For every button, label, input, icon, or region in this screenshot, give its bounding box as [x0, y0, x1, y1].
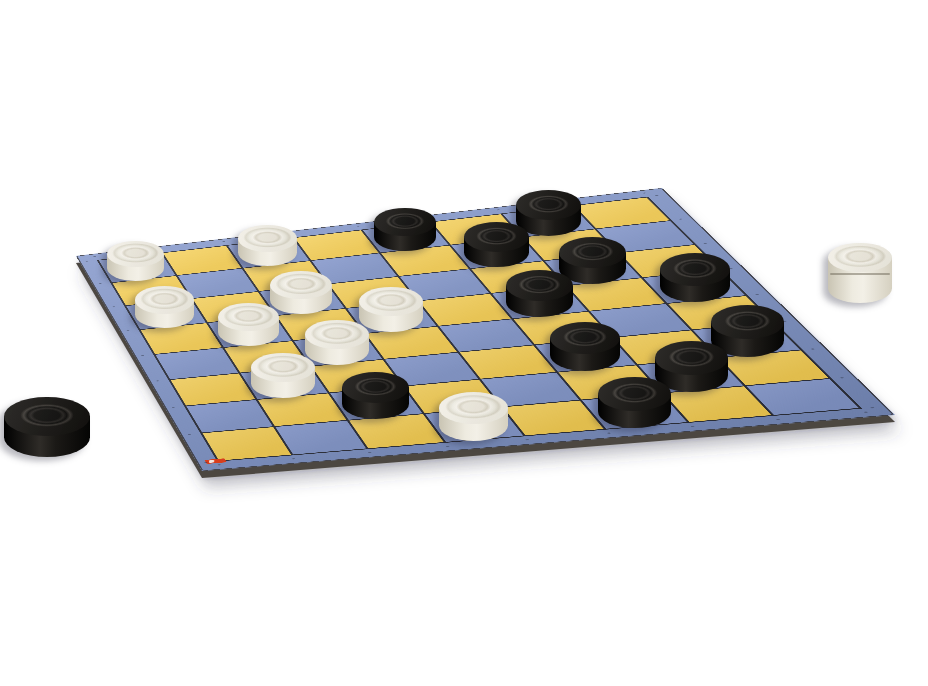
checker-top	[660, 253, 730, 285]
checker-top	[238, 225, 298, 252]
border-tick	[368, 452, 372, 453]
border-tick	[525, 439, 529, 440]
checker-top	[342, 372, 409, 403]
checker-white-r3c3[interactable]	[270, 271, 332, 314]
border-tick	[776, 419, 780, 420]
checker-top	[218, 303, 280, 331]
checker-white-r1c1[interactable]	[107, 241, 164, 281]
checker-black-r4c8[interactable]	[660, 253, 730, 302]
checker-top	[135, 286, 194, 313]
checker-top	[4, 397, 90, 437]
checker-white-r4c2[interactable]	[218, 303, 280, 346]
checker-top	[270, 271, 332, 299]
checker-top	[107, 241, 164, 267]
border-tick	[188, 434, 191, 435]
checker-top	[516, 190, 581, 220]
checker-top	[464, 222, 529, 252]
checker-black-r6c6[interactable]	[550, 322, 620, 371]
border-tick	[690, 426, 694, 427]
checker-black-r1c5[interactable]	[374, 208, 436, 251]
border-tick	[607, 432, 611, 433]
border-tick	[292, 458, 296, 459]
checker-black-r4c6[interactable]	[506, 270, 573, 317]
border-tick	[204, 462, 207, 463]
checker-white-r8c4[interactable]	[439, 392, 508, 441]
off-board-checker-black[interactable]	[4, 397, 90, 457]
checker-black-r8c6[interactable]	[598, 377, 671, 428]
off-board-checker-white-stack[interactable]	[828, 243, 892, 303]
checker-top	[305, 320, 369, 349]
border-tick	[446, 446, 450, 447]
checkers-photo-scene	[0, 0, 928, 686]
stack-seam	[830, 273, 890, 275]
checker-black-r7c3[interactable]	[342, 372, 409, 419]
checker-top	[828, 243, 892, 272]
border-tick	[218, 464, 222, 465]
square-r8c1[interactable]	[203, 427, 291, 460]
checker-top	[598, 377, 671, 411]
checker-white-r1c3[interactable]	[238, 225, 298, 267]
checker-black-r2c6[interactable]	[464, 222, 529, 267]
checker-white-r6c2[interactable]	[251, 353, 315, 398]
checker-white-r3c1[interactable]	[135, 286, 194, 327]
checker-top	[655, 341, 728, 375]
checker-top	[711, 305, 784, 339]
border-tick	[863, 411, 868, 412]
